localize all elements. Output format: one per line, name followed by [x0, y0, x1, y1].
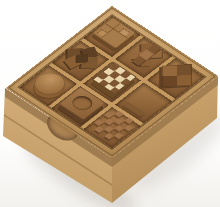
interlocking-square-puzzle: [92, 17, 136, 49]
puzzle-notch-block: [119, 28, 130, 36]
diamond-star-puzzle: [162, 64, 192, 87]
round-recess: [68, 93, 96, 113]
puzzle-box-photo: [0, 0, 220, 207]
puzzle-notch-block: [97, 29, 108, 37]
star-block: [77, 54, 88, 62]
cylinder-puzzle: [28, 68, 72, 99]
